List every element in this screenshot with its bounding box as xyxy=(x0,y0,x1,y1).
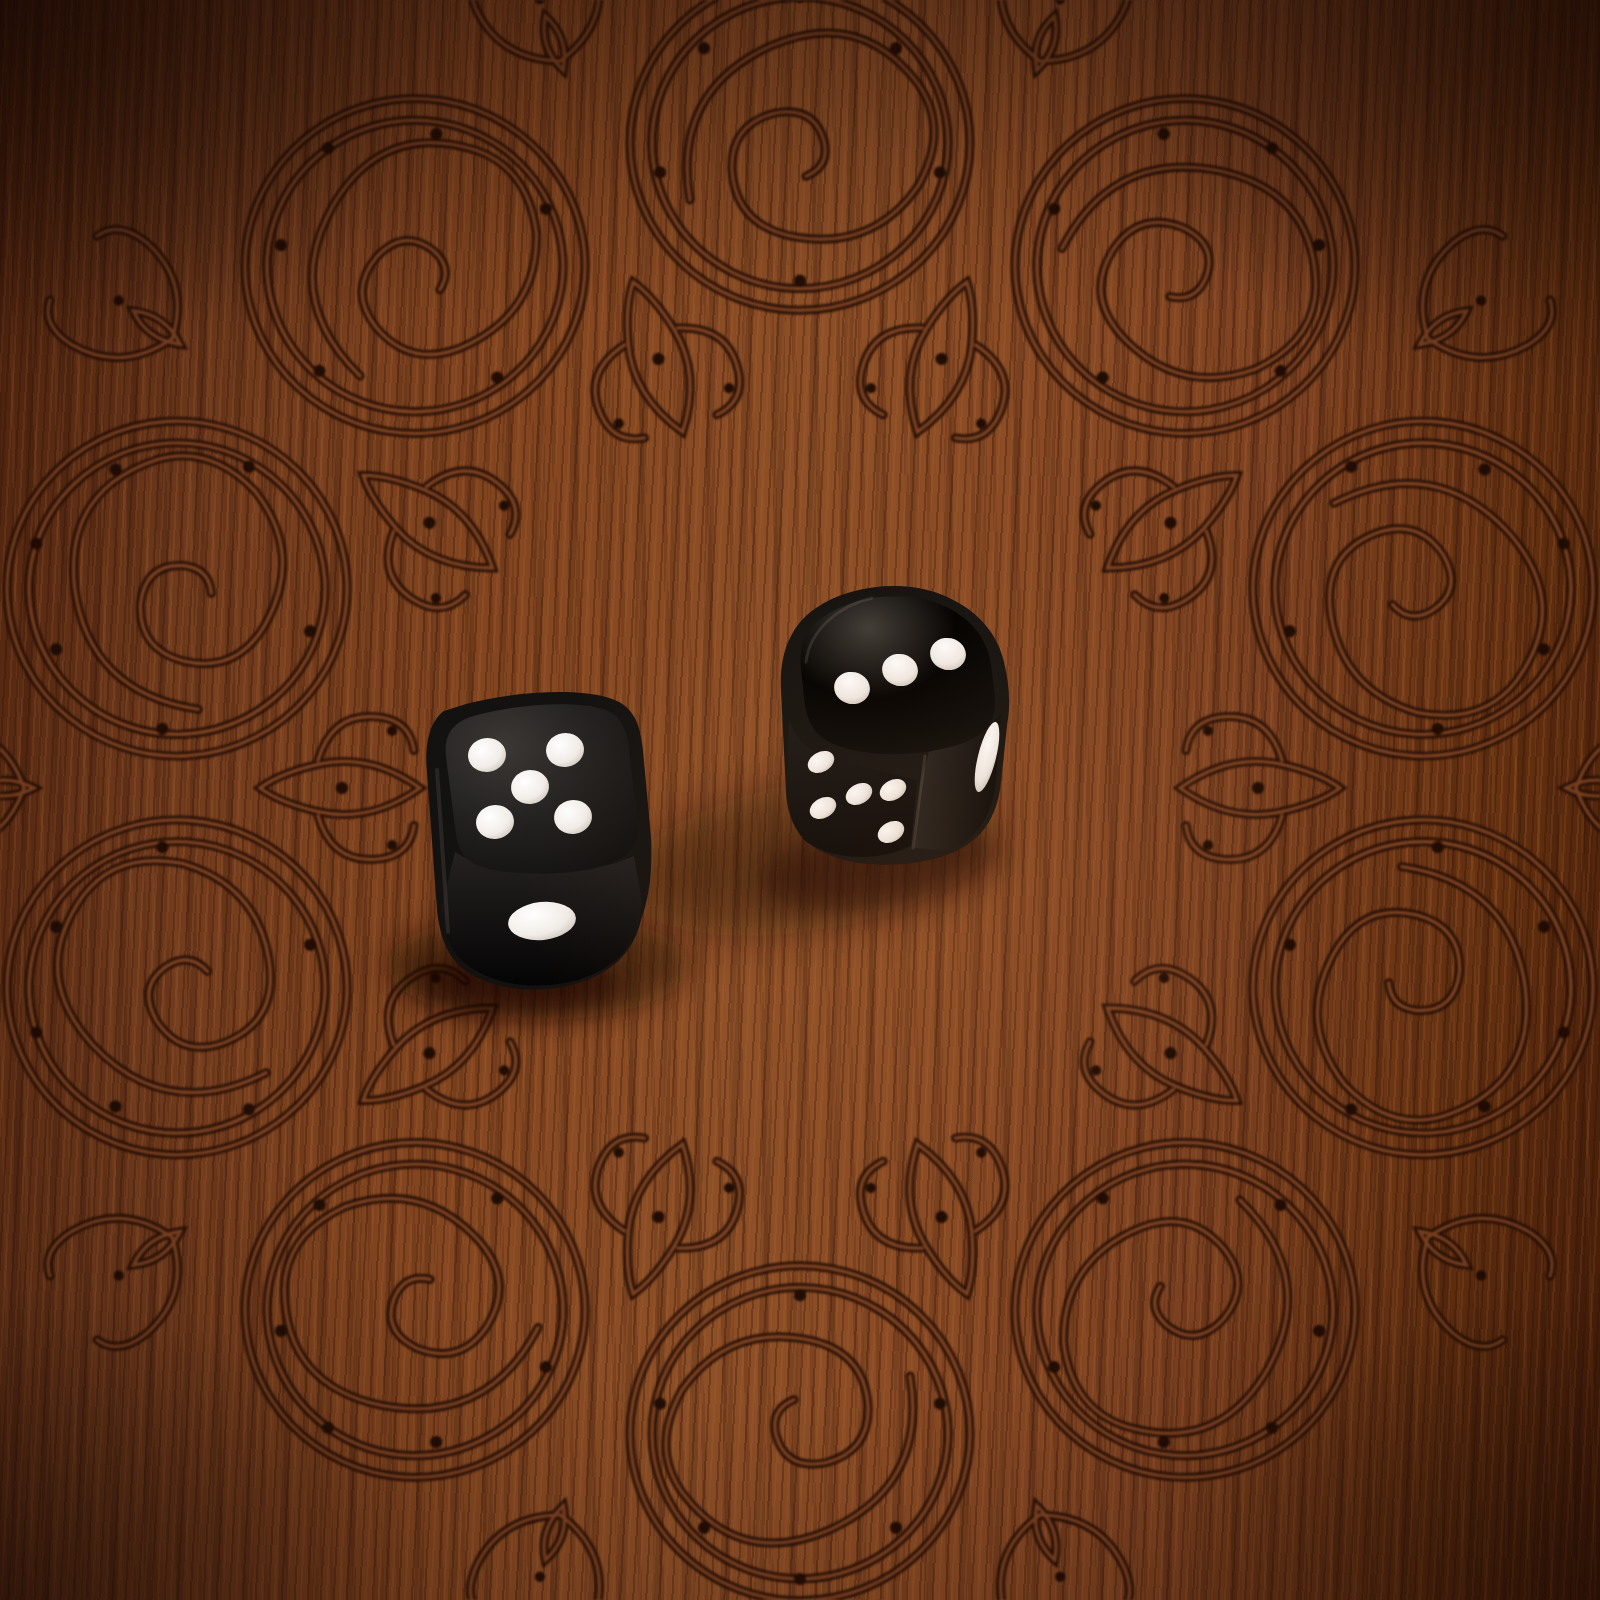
lighting-vignette xyxy=(0,0,1600,1600)
board-photo xyxy=(0,0,1600,1600)
